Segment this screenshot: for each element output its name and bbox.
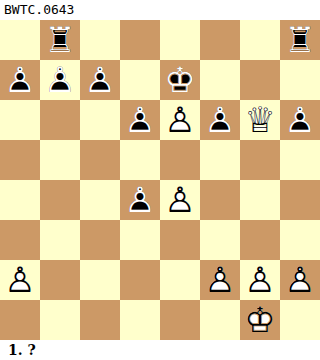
square-h3[interactable] xyxy=(280,220,320,260)
square-h2[interactable]: ♟♙ xyxy=(280,260,320,300)
square-e1[interactable] xyxy=(160,300,200,340)
white-king-icon: ♚♔ xyxy=(240,300,280,340)
black-rook-icon: ♜♖ xyxy=(280,20,320,60)
square-e2[interactable] xyxy=(160,260,200,300)
square-d1[interactable] xyxy=(120,300,160,340)
white-queen-icon: ♛♕ xyxy=(240,100,280,140)
square-h4[interactable] xyxy=(280,180,320,220)
white-pawn-icon: ♟♙ xyxy=(280,260,320,300)
square-b1[interactable] xyxy=(40,300,80,340)
square-g5[interactable] xyxy=(240,140,280,180)
square-d2[interactable] xyxy=(120,260,160,300)
square-g3[interactable] xyxy=(240,220,280,260)
square-b6[interactable] xyxy=(40,100,80,140)
white-pawn-icon: ♟♙ xyxy=(240,260,280,300)
square-b3[interactable] xyxy=(40,220,80,260)
square-c2[interactable] xyxy=(80,260,120,300)
white-pawn-icon: ♟♙ xyxy=(160,180,200,220)
square-g6[interactable]: ♛♕ xyxy=(240,100,280,140)
square-d6[interactable]: ♟♙ xyxy=(120,100,160,140)
black-pawn-icon: ♟♙ xyxy=(120,180,160,220)
square-d3[interactable] xyxy=(120,220,160,260)
square-e8[interactable] xyxy=(160,20,200,60)
square-c4[interactable] xyxy=(80,180,120,220)
square-f3[interactable] xyxy=(200,220,240,260)
square-a1[interactable] xyxy=(0,300,40,340)
square-e5[interactable] xyxy=(160,140,200,180)
chess-board: ♜♖♜♖♟♙♟♙♟♙♚♔♟♙♟♙♟♙♛♕♟♙♟♙♟♙♟♙♟♙♟♙♟♙♚♔ xyxy=(0,20,320,340)
square-b4[interactable] xyxy=(40,180,80,220)
black-pawn-icon: ♟♙ xyxy=(280,100,320,140)
square-a5[interactable] xyxy=(0,140,40,180)
square-b2[interactable] xyxy=(40,260,80,300)
square-h1[interactable] xyxy=(280,300,320,340)
square-e6[interactable]: ♟♙ xyxy=(160,100,200,140)
square-d8[interactable] xyxy=(120,20,160,60)
square-b8[interactable]: ♜♖ xyxy=(40,20,80,60)
black-pawn-icon: ♟♙ xyxy=(120,100,160,140)
square-g4[interactable] xyxy=(240,180,280,220)
square-e7[interactable]: ♚♔ xyxy=(160,60,200,100)
square-d7[interactable] xyxy=(120,60,160,100)
square-c5[interactable] xyxy=(80,140,120,180)
square-g8[interactable] xyxy=(240,20,280,60)
white-pawn-icon: ♟♙ xyxy=(0,260,40,300)
black-pawn-icon: ♟♙ xyxy=(40,60,80,100)
square-d4[interactable]: ♟♙ xyxy=(120,180,160,220)
square-b7[interactable]: ♟♙ xyxy=(40,60,80,100)
square-d5[interactable] xyxy=(120,140,160,180)
square-g1[interactable]: ♚♔ xyxy=(240,300,280,340)
square-c8[interactable] xyxy=(80,20,120,60)
square-f5[interactable] xyxy=(200,140,240,180)
square-f1[interactable] xyxy=(200,300,240,340)
black-pawn-icon: ♟♙ xyxy=(80,60,120,100)
square-h7[interactable] xyxy=(280,60,320,100)
black-rook-icon: ♜♖ xyxy=(40,20,80,60)
square-e4[interactable]: ♟♙ xyxy=(160,180,200,220)
move-number-prompt: 1. ? xyxy=(0,340,320,360)
square-f6[interactable]: ♟♙ xyxy=(200,100,240,140)
square-h6[interactable]: ♟♙ xyxy=(280,100,320,140)
black-king-icon: ♚♔ xyxy=(160,60,200,100)
square-e3[interactable] xyxy=(160,220,200,260)
square-a3[interactable] xyxy=(0,220,40,260)
square-a4[interactable] xyxy=(0,180,40,220)
square-f8[interactable] xyxy=(200,20,240,60)
white-pawn-icon: ♟♙ xyxy=(160,100,200,140)
square-c3[interactable] xyxy=(80,220,120,260)
square-a8[interactable] xyxy=(0,20,40,60)
square-f2[interactable]: ♟♙ xyxy=(200,260,240,300)
square-a2[interactable]: ♟♙ xyxy=(0,260,40,300)
square-c7[interactable]: ♟♙ xyxy=(80,60,120,100)
black-pawn-icon: ♟♙ xyxy=(200,100,240,140)
square-c6[interactable] xyxy=(80,100,120,140)
square-h5[interactable] xyxy=(280,140,320,180)
diagram-title: BWTC.0643 xyxy=(0,0,320,20)
white-pawn-icon: ♟♙ xyxy=(200,260,240,300)
square-b5[interactable] xyxy=(40,140,80,180)
square-g7[interactable] xyxy=(240,60,280,100)
square-f4[interactable] xyxy=(200,180,240,220)
square-a6[interactable] xyxy=(0,100,40,140)
square-g2[interactable]: ♟♙ xyxy=(240,260,280,300)
square-c1[interactable] xyxy=(80,300,120,340)
chess-diagram: BWTC.0643 ♜♖♜♖♟♙♟♙♟♙♚♔♟♙♟♙♟♙♛♕♟♙♟♙♟♙♟♙♟♙… xyxy=(0,0,320,360)
black-pawn-icon: ♟♙ xyxy=(0,60,40,100)
square-f7[interactable] xyxy=(200,60,240,100)
square-h8[interactable]: ♜♖ xyxy=(280,20,320,60)
square-a7[interactable]: ♟♙ xyxy=(0,60,40,100)
